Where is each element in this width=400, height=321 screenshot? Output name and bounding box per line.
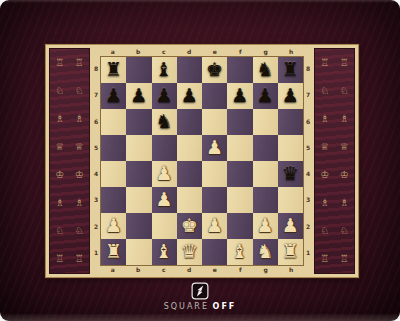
- square-b2[interactable]: [126, 213, 151, 239]
- queen-icon: ♕: [75, 142, 84, 152]
- square-a8[interactable]: ♜: [101, 57, 126, 83]
- knight-icon: ♘: [55, 86, 64, 96]
- square-d6[interactable]: [177, 109, 202, 135]
- rank-label-4: 4: [306, 171, 310, 177]
- board-with-coordinates: abcdefgh 87654321 ♜♝♚♞♜♟♟♟♟♟♟♟♞♟♟♛♟♟♚♟♟♟…: [92, 48, 312, 274]
- rook-icon: ♖: [320, 254, 329, 264]
- square-f8[interactable]: [227, 57, 252, 83]
- square-e3[interactable]: [202, 187, 227, 213]
- square-a5[interactable]: [101, 135, 126, 161]
- square-c1[interactable]: ♝: [152, 239, 177, 265]
- file-label-f: f: [239, 49, 242, 55]
- file-label-d: d: [187, 49, 191, 55]
- square-g5[interactable]: [253, 135, 278, 161]
- file-label-g: g: [264, 267, 268, 273]
- black-rook[interactable]: ♜: [105, 60, 122, 79]
- rank-label-7: 7: [306, 92, 310, 98]
- square-a7[interactable]: ♟: [101, 83, 126, 109]
- white-queen[interactable]: ♛: [181, 242, 198, 261]
- black-pawn[interactable]: ♟: [282, 86, 299, 105]
- file-labels-bottom: abcdefgh: [100, 266, 304, 274]
- rank-label-1: 1: [306, 250, 310, 256]
- square-b4[interactable]: [126, 161, 151, 187]
- white-king[interactable]: ♚: [181, 216, 198, 235]
- square-d4[interactable]: [177, 161, 202, 187]
- square-h4[interactable]: ♛: [278, 161, 303, 187]
- black-queen[interactable]: ♛: [282, 164, 299, 183]
- rank-label-3: 3: [94, 197, 98, 203]
- square-a6[interactable]: [101, 109, 126, 135]
- file-label-b: b: [136, 49, 140, 55]
- square-b8[interactable]: [126, 57, 151, 83]
- rank-label-6: 6: [94, 119, 98, 125]
- rank-labels-left: 87654321: [92, 56, 100, 266]
- knight-icon: ♘: [55, 226, 64, 236]
- square-h7[interactable]: ♟: [278, 83, 303, 109]
- right-piece-tray: ♖♖♘♘♗♗♕♕♔♔♗♗♘♘♖♖: [314, 48, 355, 274]
- square-c8[interactable]: ♝: [152, 57, 177, 83]
- queen-icon: ♕: [320, 142, 329, 152]
- knight-icon: ♘: [75, 226, 84, 236]
- black-bishop[interactable]: ♝: [156, 60, 173, 79]
- bishop-icon: ♗: [340, 198, 349, 208]
- rank-label-7: 7: [94, 92, 98, 98]
- file-labels-top: abcdefgh: [100, 48, 304, 56]
- square-b5[interactable]: [126, 135, 151, 161]
- square-b7[interactable]: ♟: [126, 83, 151, 109]
- square-g8[interactable]: ♞: [253, 57, 278, 83]
- square-c3[interactable]: ♟: [152, 187, 177, 213]
- black-knight[interactable]: ♞: [257, 60, 274, 79]
- square-c2[interactable]: [152, 213, 177, 239]
- square-e2[interactable]: ♟: [202, 213, 227, 239]
- square-h8[interactable]: ♜: [278, 57, 303, 83]
- knight-icon: ♘: [320, 226, 329, 236]
- file-label-b: b: [136, 267, 140, 273]
- white-pawn[interactable]: ♟: [282, 216, 299, 235]
- rook-icon: ♖: [75, 254, 84, 264]
- file-label-d: d: [187, 267, 191, 273]
- brand-off: OFF: [213, 302, 237, 311]
- square-f1[interactable]: ♝: [227, 239, 252, 265]
- knight-icon: ♘: [320, 86, 329, 96]
- queen-icon: ♕: [55, 142, 64, 152]
- knight-icon: ♘: [340, 226, 349, 236]
- square-b1[interactable]: [126, 239, 151, 265]
- white-bishop[interactable]: ♝: [231, 242, 248, 261]
- file-label-h: h: [289, 267, 293, 273]
- brand-square: SQUARE: [164, 302, 209, 311]
- white-pawn[interactable]: ♟: [257, 216, 274, 235]
- squareoff-chessboard: ♖♖♘♘♗♗♕♕♔♔♗♗♘♘♖♖ abcdefgh 87654321 ♜♝♚♞♜…: [0, 0, 400, 321]
- square-a4[interactable]: [101, 161, 126, 187]
- square-e8[interactable]: ♚: [202, 57, 227, 83]
- rank-label-6: 6: [306, 119, 310, 125]
- square-d2[interactable]: ♚: [177, 213, 202, 239]
- file-label-a: a: [111, 267, 115, 273]
- rank-label-8: 8: [94, 66, 98, 72]
- white-pawn[interactable]: ♟: [156, 190, 173, 209]
- square-c7[interactable]: ♟: [152, 83, 177, 109]
- king-icon: ♔: [340, 170, 349, 180]
- square-c5[interactable]: [152, 135, 177, 161]
- rank-label-8: 8: [306, 66, 310, 72]
- brand-name: SQUARE OFF: [164, 302, 237, 311]
- rank-label-5: 5: [306, 145, 310, 151]
- rank-label-2: 2: [306, 224, 310, 230]
- black-pawn[interactable]: ♟: [156, 86, 173, 105]
- white-pawn[interactable]: ♟: [105, 216, 122, 235]
- square-g4[interactable]: [253, 161, 278, 187]
- rook-icon: ♖: [340, 58, 349, 68]
- white-rook[interactable]: ♜: [282, 242, 299, 261]
- black-pawn[interactable]: ♟: [181, 86, 198, 105]
- bishop-icon: ♗: [55, 114, 64, 124]
- rank-label-5: 5: [94, 145, 98, 151]
- square-c6[interactable]: ♞: [152, 109, 177, 135]
- black-pawn[interactable]: ♟: [130, 86, 147, 105]
- king-icon: ♔: [320, 170, 329, 180]
- square-g6[interactable]: [253, 109, 278, 135]
- square-f5[interactable]: [227, 135, 252, 161]
- bishop-icon: ♗: [340, 114, 349, 124]
- rook-icon: ♖: [320, 58, 329, 68]
- white-knight[interactable]: ♞: [257, 242, 274, 261]
- black-pawn[interactable]: ♟: [257, 86, 274, 105]
- file-label-e: e: [213, 267, 217, 273]
- white-pawn[interactable]: ♟: [206, 216, 223, 235]
- knight-icon: ♘: [75, 86, 84, 96]
- bishop-icon: ♗: [75, 114, 84, 124]
- bishop-icon: ♗: [320, 198, 329, 208]
- square-e7[interactable]: [202, 83, 227, 109]
- playing-surface: ♖♖♘♘♗♗♕♕♔♔♗♗♘♘♖♖ abcdefgh 87654321 ♜♝♚♞♜…: [45, 44, 359, 278]
- rank-labels-right: 87654321: [304, 56, 312, 266]
- black-pawn[interactable]: ♟: [105, 86, 122, 105]
- squareoff-logo: SQUARE OFF: [0, 282, 400, 311]
- square-d7[interactable]: ♟: [177, 83, 202, 109]
- square-g2[interactable]: ♟: [253, 213, 278, 239]
- square-g3[interactable]: [253, 187, 278, 213]
- square-f2[interactable]: [227, 213, 252, 239]
- square-a3[interactable]: [101, 187, 126, 213]
- rank-label-3: 3: [306, 197, 310, 203]
- square-g1[interactable]: ♞: [253, 239, 278, 265]
- file-label-a: a: [111, 49, 115, 55]
- black-rook[interactable]: ♜: [282, 60, 299, 79]
- square-d3[interactable]: [177, 187, 202, 213]
- file-label-f: f: [239, 267, 242, 273]
- white-rook[interactable]: ♜: [105, 242, 122, 261]
- square-c4[interactable]: ♟: [152, 161, 177, 187]
- bishop-icon: ♗: [55, 198, 64, 208]
- black-king[interactable]: ♚: [206, 60, 223, 79]
- bishop-icon: ♗: [320, 114, 329, 124]
- square-f6[interactable]: [227, 109, 252, 135]
- square-b6[interactable]: [126, 109, 151, 135]
- square-b3[interactable]: [126, 187, 151, 213]
- bishop-icon: ♗: [75, 198, 84, 208]
- rook-icon: ♖: [55, 58, 64, 68]
- white-pawn[interactable]: ♟: [206, 138, 223, 157]
- square-e4[interactable]: [202, 161, 227, 187]
- knight-icon: ♘: [340, 86, 349, 96]
- rank-label-1: 1: [94, 250, 98, 256]
- left-piece-tray: ♖♖♘♘♗♗♕♕♔♔♗♗♘♘♖♖: [49, 48, 90, 274]
- square-h3[interactable]: [278, 187, 303, 213]
- white-pawn[interactable]: ♟: [156, 164, 173, 183]
- square-f4[interactable]: [227, 161, 252, 187]
- file-label-c: c: [162, 267, 166, 273]
- square-e5[interactable]: ♟: [202, 135, 227, 161]
- square-a2[interactable]: ♟: [101, 213, 126, 239]
- rook-icon: ♖: [55, 254, 64, 264]
- queen-icon: ♕: [340, 142, 349, 152]
- square-e1[interactable]: [202, 239, 227, 265]
- king-icon: ♔: [55, 170, 64, 180]
- file-label-c: c: [162, 49, 166, 55]
- rook-icon: ♖: [75, 58, 84, 68]
- black-knight[interactable]: ♞: [156, 112, 173, 131]
- square-d1[interactable]: ♛: [177, 239, 202, 265]
- chess-board: ♜♝♚♞♜♟♟♟♟♟♟♟♞♟♟♛♟♟♚♟♟♟♜♝♛♝♞♜: [100, 56, 304, 266]
- square-f7[interactable]: ♟: [227, 83, 252, 109]
- black-pawn[interactable]: ♟: [231, 86, 248, 105]
- square-h5[interactable]: [278, 135, 303, 161]
- square-f3[interactable]: [227, 187, 252, 213]
- file-label-h: h: [289, 49, 293, 55]
- square-h2[interactable]: ♟: [278, 213, 303, 239]
- square-a1[interactable]: ♜: [101, 239, 126, 265]
- file-label-g: g: [264, 49, 268, 55]
- king-icon: ♔: [75, 170, 84, 180]
- square-d8[interactable]: [177, 57, 202, 83]
- rank-label-2: 2: [94, 224, 98, 230]
- square-h6[interactable]: [278, 109, 303, 135]
- white-bishop[interactable]: ♝: [156, 242, 173, 261]
- square-e6[interactable]: [202, 109, 227, 135]
- square-g7[interactable]: ♟: [253, 83, 278, 109]
- rook-icon: ♖: [340, 254, 349, 264]
- squareoff-logo-icon: [191, 282, 209, 300]
- square-h1[interactable]: ♜: [278, 239, 303, 265]
- rank-label-4: 4: [94, 171, 98, 177]
- square-d5[interactable]: [177, 135, 202, 161]
- file-label-e: e: [213, 49, 217, 55]
